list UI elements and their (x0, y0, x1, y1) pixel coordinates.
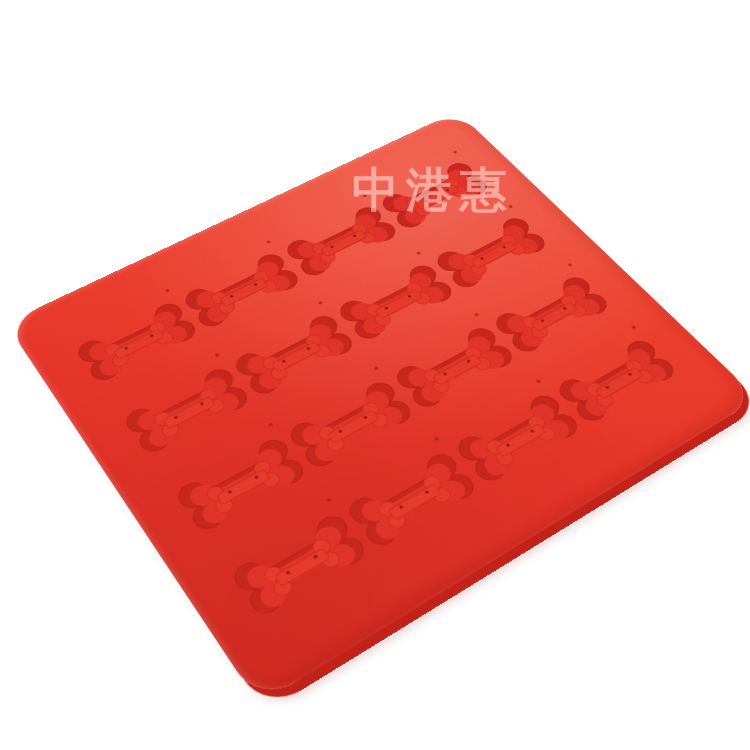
surface-vent-hole (631, 325, 637, 329)
surface-vent-hole (373, 366, 379, 370)
surface-vent-hole (567, 263, 572, 267)
surface-vent-hole (325, 498, 331, 503)
surface-vent-hole (453, 150, 458, 153)
surface-vent-hole (416, 251, 421, 255)
surface-vent-hole (473, 313, 478, 317)
surface-vent-hole (535, 379, 541, 383)
product-photo: 中港惠 (0, 0, 750, 750)
surface-vent-hole (266, 240, 271, 244)
watermark-text: 中港惠 (352, 166, 514, 213)
surface-vent-hole (318, 301, 323, 305)
surface-vent-hole (434, 437, 440, 442)
surface-vent-hole (214, 353, 219, 357)
surface-vent-hole (164, 289, 169, 293)
surface-vent-hole (267, 423, 273, 428)
